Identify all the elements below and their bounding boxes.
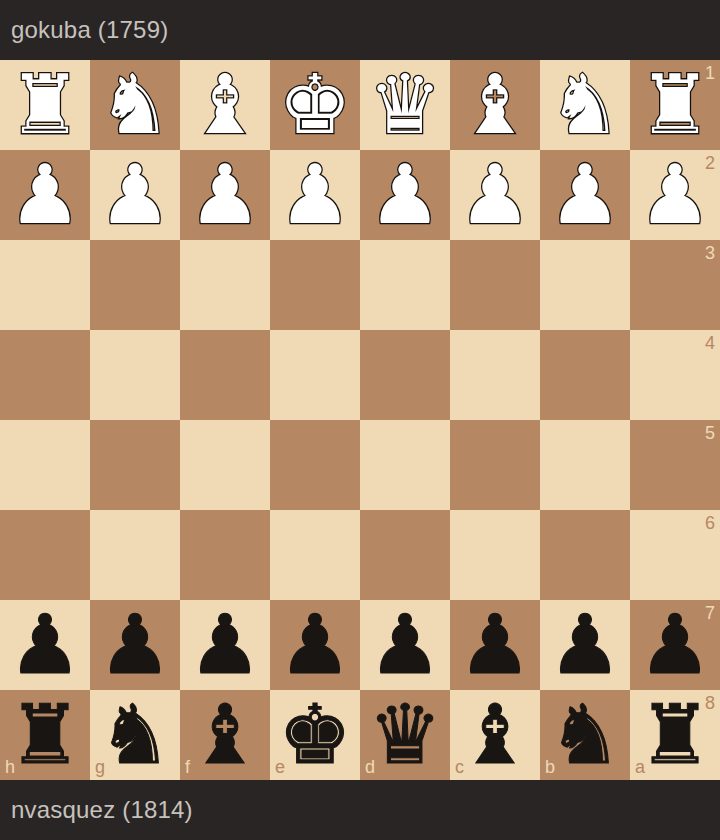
square-g1[interactable]: ♞	[90, 60, 180, 150]
square-g3[interactable]	[90, 240, 180, 330]
black-pawn[interactable]: ♟	[278, 600, 352, 690]
top-player-bar: gokuba (1759)	[0, 0, 720, 60]
black-bishop[interactable]: ♝	[458, 690, 532, 780]
white-rook[interactable]: ♜	[638, 60, 712, 150]
square-a1[interactable]: ♜1	[630, 60, 720, 150]
black-rook[interactable]: ♜	[8, 690, 82, 780]
square-e3[interactable]	[270, 240, 360, 330]
square-d7[interactable]: ♟	[360, 600, 450, 690]
black-pawn[interactable]: ♟	[548, 600, 622, 690]
rank-label-6: 6	[705, 514, 715, 532]
square-b7[interactable]: ♟	[540, 600, 630, 690]
black-knight[interactable]: ♞	[98, 690, 172, 780]
square-d8[interactable]: ♛d	[360, 690, 450, 780]
square-c6[interactable]	[450, 510, 540, 600]
square-e6[interactable]	[270, 510, 360, 600]
square-a6[interactable]: 6	[630, 510, 720, 600]
square-g4[interactable]	[90, 330, 180, 420]
bottom-player-bar: nvasquez (1814)	[0, 780, 720, 840]
square-c2[interactable]: ♟	[450, 150, 540, 240]
black-queen[interactable]: ♛	[368, 690, 442, 780]
square-b6[interactable]	[540, 510, 630, 600]
square-f6[interactable]	[180, 510, 270, 600]
square-h8[interactable]: ♜h	[0, 690, 90, 780]
square-a8[interactable]: ♜8a	[630, 690, 720, 780]
black-pawn[interactable]: ♟	[188, 600, 262, 690]
square-c7[interactable]: ♟	[450, 600, 540, 690]
square-a4[interactable]: 4	[630, 330, 720, 420]
white-pawn[interactable]: ♟	[548, 150, 622, 240]
square-e1[interactable]: ♚	[270, 60, 360, 150]
square-h1[interactable]: ♜	[0, 60, 90, 150]
bottom-player-name-rating: nvasquez (1814)	[11, 796, 193, 824]
white-pawn[interactable]: ♟	[188, 150, 262, 240]
square-b2[interactable]: ♟	[540, 150, 630, 240]
square-b8[interactable]: ♞b	[540, 690, 630, 780]
white-bishop[interactable]: ♝	[458, 60, 532, 150]
square-e8[interactable]: ♚e	[270, 690, 360, 780]
square-d6[interactable]	[360, 510, 450, 600]
square-g2[interactable]: ♟	[90, 150, 180, 240]
square-c1[interactable]: ♝	[450, 60, 540, 150]
square-e5[interactable]	[270, 420, 360, 510]
square-h3[interactable]	[0, 240, 90, 330]
black-knight[interactable]: ♞	[548, 690, 622, 780]
square-b3[interactable]	[540, 240, 630, 330]
black-pawn[interactable]: ♟	[458, 600, 532, 690]
square-h4[interactable]	[0, 330, 90, 420]
rank-label-4: 4	[705, 334, 715, 352]
square-g7[interactable]: ♟	[90, 600, 180, 690]
square-a5[interactable]: 5	[630, 420, 720, 510]
square-f1[interactable]: ♝	[180, 60, 270, 150]
square-f2[interactable]: ♟	[180, 150, 270, 240]
black-rook[interactable]: ♜	[638, 690, 712, 780]
square-e7[interactable]: ♟	[270, 600, 360, 690]
square-c4[interactable]	[450, 330, 540, 420]
square-b1[interactable]: ♞	[540, 60, 630, 150]
square-f8[interactable]: ♝f	[180, 690, 270, 780]
square-d3[interactable]	[360, 240, 450, 330]
white-knight[interactable]: ♞	[548, 60, 622, 150]
white-queen[interactable]: ♛	[368, 60, 442, 150]
square-g6[interactable]	[90, 510, 180, 600]
square-d4[interactable]	[360, 330, 450, 420]
white-bishop[interactable]: ♝	[188, 60, 262, 150]
black-king[interactable]: ♚	[278, 690, 352, 780]
white-pawn[interactable]: ♟	[368, 150, 442, 240]
black-pawn[interactable]: ♟	[368, 600, 442, 690]
square-g8[interactable]: ♞g	[90, 690, 180, 780]
square-c8[interactable]: ♝c	[450, 690, 540, 780]
square-f4[interactable]	[180, 330, 270, 420]
white-pawn[interactable]: ♟	[8, 150, 82, 240]
square-a3[interactable]: 3	[630, 240, 720, 330]
square-h6[interactable]	[0, 510, 90, 600]
black-pawn[interactable]: ♟	[638, 600, 712, 690]
square-e4[interactable]	[270, 330, 360, 420]
white-pawn[interactable]: ♟	[458, 150, 532, 240]
white-king[interactable]: ♚	[278, 60, 352, 150]
square-b4[interactable]	[540, 330, 630, 420]
white-rook[interactable]: ♜	[8, 60, 82, 150]
top-player-name-rating: gokuba (1759)	[11, 16, 168, 44]
rank-label-5: 5	[705, 424, 715, 442]
square-e2[interactable]: ♟	[270, 150, 360, 240]
square-h5[interactable]	[0, 420, 90, 510]
square-g5[interactable]	[90, 420, 180, 510]
square-h2[interactable]: ♟	[0, 150, 90, 240]
white-pawn[interactable]: ♟	[638, 150, 712, 240]
square-f5[interactable]	[180, 420, 270, 510]
white-pawn[interactable]: ♟	[278, 150, 352, 240]
white-knight[interactable]: ♞	[98, 60, 172, 150]
rank-label-3: 3	[705, 244, 715, 262]
black-bishop[interactable]: ♝	[188, 690, 262, 780]
chess-app: gokuba (1759) ♜♞♝♚♛♝♞♜1♟♟♟♟♟♟♟♟23456♟♟♟♟…	[0, 0, 720, 840]
square-a2[interactable]: ♟2	[630, 150, 720, 240]
square-h7[interactable]: ♟	[0, 600, 90, 690]
square-b5[interactable]	[540, 420, 630, 510]
square-d1[interactable]: ♛	[360, 60, 450, 150]
square-f7[interactable]: ♟	[180, 600, 270, 690]
square-d2[interactable]: ♟	[360, 150, 450, 240]
black-pawn[interactable]: ♟	[98, 600, 172, 690]
chess-board: ♜♞♝♚♛♝♞♜1♟♟♟♟♟♟♟♟23456♟♟♟♟♟♟♟♟7♜h♞g♝f♚e♛…	[0, 60, 720, 780]
square-f3[interactable]	[180, 240, 270, 330]
square-c3[interactable]	[450, 240, 540, 330]
square-a7[interactable]: ♟7	[630, 600, 720, 690]
square-d5[interactable]	[360, 420, 450, 510]
square-c5[interactable]	[450, 420, 540, 510]
white-pawn[interactable]: ♟	[98, 150, 172, 240]
black-pawn[interactable]: ♟	[8, 600, 82, 690]
